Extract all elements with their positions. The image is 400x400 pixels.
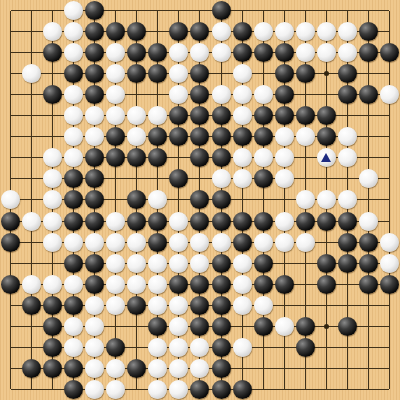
intersection[interactable]: [63, 126, 84, 147]
intersection[interactable]: [126, 168, 147, 189]
intersection[interactable]: [0, 126, 21, 147]
intersection[interactable]: [211, 211, 232, 232]
intersection[interactable]: [358, 232, 379, 253]
intersection[interactable]: [84, 0, 105, 21]
intersection[interactable]: [21, 42, 42, 63]
intersection[interactable]: [274, 42, 295, 63]
intersection[interactable]: [168, 253, 189, 274]
intersection[interactable]: [147, 295, 168, 316]
intersection[interactable]: [42, 211, 63, 232]
intersection[interactable]: [379, 274, 400, 295]
intersection[interactable]: [63, 42, 84, 63]
intersection[interactable]: [358, 126, 379, 147]
intersection[interactable]: [42, 42, 63, 63]
intersection[interactable]: [358, 295, 379, 316]
intersection[interactable]: [232, 337, 253, 358]
intersection[interactable]: [211, 253, 232, 274]
intersection[interactable]: [337, 21, 358, 42]
intersection[interactable]: [211, 42, 232, 63]
intersection[interactable]: [42, 253, 63, 274]
intersection[interactable]: [0, 211, 21, 232]
intersection[interactable]: [105, 358, 126, 379]
intersection[interactable]: [126, 379, 147, 400]
intersection[interactable]: [84, 189, 105, 210]
intersection[interactable]: [21, 105, 42, 126]
intersection[interactable]: [295, 168, 316, 189]
intersection[interactable]: [84, 63, 105, 84]
intersection[interactable]: [168, 379, 189, 400]
intersection[interactable]: [211, 0, 232, 21]
intersection[interactable]: [337, 358, 358, 379]
intersection[interactable]: [189, 126, 210, 147]
intersection[interactable]: [211, 316, 232, 337]
intersection[interactable]: [316, 379, 337, 400]
intersection[interactable]: [84, 358, 105, 379]
intersection[interactable]: [105, 211, 126, 232]
intersection[interactable]: [358, 168, 379, 189]
intersection[interactable]: [147, 84, 168, 105]
intersection[interactable]: [0, 0, 21, 21]
intersection[interactable]: [379, 337, 400, 358]
intersection[interactable]: [105, 295, 126, 316]
intersection[interactable]: [358, 316, 379, 337]
intersection[interactable]: [316, 358, 337, 379]
intersection[interactable]: [274, 274, 295, 295]
intersection[interactable]: [337, 147, 358, 168]
intersection[interactable]: [42, 232, 63, 253]
intersection[interactable]: [379, 21, 400, 42]
intersection[interactable]: [337, 189, 358, 210]
intersection[interactable]: [84, 379, 105, 400]
intersection[interactable]: [84, 21, 105, 42]
intersection[interactable]: [253, 21, 274, 42]
intersection[interactable]: [232, 168, 253, 189]
intersection[interactable]: [63, 189, 84, 210]
intersection[interactable]: [211, 21, 232, 42]
intersection[interactable]: [63, 211, 84, 232]
intersection[interactable]: [379, 0, 400, 21]
intersection[interactable]: [274, 168, 295, 189]
intersection[interactable]: [0, 295, 21, 316]
intersection[interactable]: [21, 147, 42, 168]
intersection[interactable]: [253, 147, 274, 168]
intersection[interactable]: [168, 126, 189, 147]
intersection[interactable]: [379, 168, 400, 189]
intersection[interactable]: [379, 84, 400, 105]
intersection[interactable]: [42, 337, 63, 358]
intersection[interactable]: [253, 274, 274, 295]
intersection[interactable]: [126, 316, 147, 337]
intersection[interactable]: [21, 168, 42, 189]
intersection[interactable]: [295, 232, 316, 253]
intersection[interactable]: [232, 358, 253, 379]
intersection[interactable]: [84, 168, 105, 189]
intersection[interactable]: [189, 232, 210, 253]
intersection[interactable]: [316, 105, 337, 126]
intersection[interactable]: [63, 105, 84, 126]
intersection[interactable]: [253, 232, 274, 253]
intersection[interactable]: [274, 105, 295, 126]
intersection[interactable]: [232, 147, 253, 168]
intersection[interactable]: [358, 337, 379, 358]
intersection[interactable]: [21, 358, 42, 379]
intersection[interactable]: [126, 295, 147, 316]
intersection[interactable]: [253, 0, 274, 21]
intersection[interactable]: [105, 126, 126, 147]
intersection[interactable]: [105, 337, 126, 358]
intersection[interactable]: [21, 0, 42, 21]
intersection[interactable]: [42, 316, 63, 337]
intersection[interactable]: [316, 126, 337, 147]
intersection[interactable]: [189, 337, 210, 358]
intersection[interactable]: [295, 358, 316, 379]
intersection[interactable]: [379, 42, 400, 63]
intersection[interactable]: [21, 316, 42, 337]
intersection[interactable]: [63, 253, 84, 274]
intersection[interactable]: [126, 274, 147, 295]
intersection[interactable]: [232, 232, 253, 253]
intersection[interactable]: [337, 42, 358, 63]
intersection[interactable]: [84, 316, 105, 337]
intersection[interactable]: [253, 295, 274, 316]
intersection[interactable]: [232, 316, 253, 337]
intersection[interactable]: [232, 253, 253, 274]
intersection[interactable]: [274, 189, 295, 210]
intersection[interactable]: [316, 84, 337, 105]
intersection[interactable]: [379, 253, 400, 274]
intersection[interactable]: [42, 147, 63, 168]
intersection[interactable]: [274, 126, 295, 147]
intersection[interactable]: [274, 63, 295, 84]
intersection[interactable]: [189, 42, 210, 63]
intersection[interactable]: [126, 126, 147, 147]
intersection[interactable]: [63, 316, 84, 337]
intersection[interactable]: [105, 253, 126, 274]
intersection[interactable]: [189, 379, 210, 400]
intersection[interactable]: [189, 358, 210, 379]
intersection[interactable]: [147, 168, 168, 189]
intersection[interactable]: [105, 168, 126, 189]
intersection[interactable]: [105, 147, 126, 168]
intersection[interactable]: [42, 168, 63, 189]
intersection[interactable]: [0, 274, 21, 295]
intersection[interactable]: [358, 274, 379, 295]
intersection[interactable]: [189, 295, 210, 316]
intersection[interactable]: [337, 316, 358, 337]
intersection[interactable]: [274, 232, 295, 253]
intersection[interactable]: [295, 126, 316, 147]
intersection[interactable]: [358, 84, 379, 105]
intersection[interactable]: [42, 63, 63, 84]
intersection[interactable]: [147, 253, 168, 274]
intersection[interactable]: [168, 105, 189, 126]
intersection[interactable]: [168, 316, 189, 337]
intersection[interactable]: [21, 126, 42, 147]
intersection[interactable]: [0, 232, 21, 253]
intersection[interactable]: [337, 126, 358, 147]
intersection[interactable]: [0, 63, 21, 84]
intersection[interactable]: [316, 168, 337, 189]
intersection[interactable]: [105, 189, 126, 210]
intersection[interactable]: [147, 232, 168, 253]
intersection[interactable]: [358, 211, 379, 232]
intersection[interactable]: [147, 379, 168, 400]
intersection[interactable]: [211, 126, 232, 147]
intersection[interactable]: [316, 232, 337, 253]
intersection[interactable]: [63, 21, 84, 42]
intersection[interactable]: [379, 358, 400, 379]
intersection[interactable]: [274, 358, 295, 379]
intersection[interactable]: [379, 105, 400, 126]
intersection[interactable]: [295, 84, 316, 105]
intersection[interactable]: [105, 274, 126, 295]
intersection[interactable]: [189, 189, 210, 210]
intersection[interactable]: [274, 253, 295, 274]
intersection[interactable]: [274, 211, 295, 232]
intersection[interactable]: [253, 168, 274, 189]
intersection[interactable]: [168, 168, 189, 189]
intersection[interactable]: [232, 0, 253, 21]
intersection[interactable]: [63, 337, 84, 358]
intersection[interactable]: [211, 358, 232, 379]
intersection[interactable]: [168, 63, 189, 84]
intersection[interactable]: [379, 126, 400, 147]
intersection[interactable]: [21, 295, 42, 316]
intersection[interactable]: [295, 42, 316, 63]
intersection[interactable]: [126, 84, 147, 105]
intersection[interactable]: [189, 105, 210, 126]
intersection[interactable]: [358, 0, 379, 21]
intersection[interactable]: [21, 379, 42, 400]
intersection[interactable]: [84, 232, 105, 253]
intersection[interactable]: [126, 147, 147, 168]
intersection[interactable]: [211, 337, 232, 358]
intersection[interactable]: [84, 105, 105, 126]
intersection[interactable]: [337, 105, 358, 126]
intersection[interactable]: [84, 84, 105, 105]
intersection[interactable]: [84, 295, 105, 316]
intersection[interactable]: [42, 274, 63, 295]
intersection[interactable]: [295, 274, 316, 295]
intersection[interactable]: [105, 21, 126, 42]
intersection[interactable]: [358, 63, 379, 84]
intersection[interactable]: [42, 84, 63, 105]
intersection[interactable]: [295, 337, 316, 358]
intersection[interactable]: [316, 63, 337, 84]
intersection[interactable]: [232, 63, 253, 84]
intersection[interactable]: [232, 126, 253, 147]
intersection[interactable]: [168, 84, 189, 105]
intersection[interactable]: [21, 211, 42, 232]
intersection[interactable]: [358, 21, 379, 42]
intersection[interactable]: [0, 147, 21, 168]
intersection[interactable]: [274, 0, 295, 21]
intersection[interactable]: [316, 253, 337, 274]
intersection[interactable]: [147, 21, 168, 42]
intersection[interactable]: [253, 63, 274, 84]
intersection[interactable]: [63, 84, 84, 105]
intersection[interactable]: [274, 21, 295, 42]
intersection[interactable]: [63, 295, 84, 316]
intersection[interactable]: [295, 379, 316, 400]
intersection[interactable]: [63, 63, 84, 84]
intersection[interactable]: [126, 42, 147, 63]
intersection[interactable]: [189, 211, 210, 232]
intersection[interactable]: [358, 358, 379, 379]
intersection[interactable]: [0, 105, 21, 126]
intersection[interactable]: [21, 21, 42, 42]
intersection[interactable]: [21, 274, 42, 295]
intersection[interactable]: [316, 42, 337, 63]
intersection[interactable]: [0, 168, 21, 189]
intersection[interactable]: [211, 147, 232, 168]
intersection[interactable]: [358, 253, 379, 274]
intersection[interactable]: [379, 316, 400, 337]
intersection[interactable]: [253, 379, 274, 400]
intersection[interactable]: [337, 253, 358, 274]
intersection[interactable]: [105, 379, 126, 400]
intersection[interactable]: [358, 379, 379, 400]
intersection[interactable]: [253, 337, 274, 358]
intersection[interactable]: [63, 358, 84, 379]
intersection[interactable]: [189, 63, 210, 84]
intersection[interactable]: [274, 147, 295, 168]
intersection[interactable]: [189, 274, 210, 295]
intersection[interactable]: [21, 189, 42, 210]
intersection[interactable]: [337, 84, 358, 105]
intersection[interactable]: [316, 189, 337, 210]
intersection[interactable]: [211, 189, 232, 210]
intersection[interactable]: [0, 42, 21, 63]
intersection[interactable]: [358, 189, 379, 210]
intersection[interactable]: [274, 295, 295, 316]
intersection[interactable]: [358, 42, 379, 63]
intersection[interactable]: [211, 63, 232, 84]
intersection[interactable]: [42, 295, 63, 316]
intersection[interactable]: [316, 337, 337, 358]
intersection[interactable]: [0, 316, 21, 337]
intersection[interactable]: [316, 0, 337, 21]
intersection[interactable]: [232, 189, 253, 210]
intersection[interactable]: [0, 84, 21, 105]
intersection[interactable]: [42, 189, 63, 210]
intersection[interactable]: [253, 358, 274, 379]
intersection[interactable]: [84, 147, 105, 168]
intersection[interactable]: [126, 232, 147, 253]
intersection[interactable]: [337, 232, 358, 253]
intersection[interactable]: [21, 63, 42, 84]
intersection[interactable]: [211, 274, 232, 295]
intersection[interactable]: [295, 295, 316, 316]
intersection[interactable]: [253, 84, 274, 105]
intersection[interactable]: [105, 316, 126, 337]
intersection[interactable]: [189, 253, 210, 274]
intersection[interactable]: [379, 189, 400, 210]
intersection[interactable]: [232, 21, 253, 42]
intersection[interactable]: [126, 358, 147, 379]
intersection[interactable]: [21, 253, 42, 274]
intersection[interactable]: [147, 63, 168, 84]
intersection[interactable]: [21, 84, 42, 105]
intersection[interactable]: [126, 105, 147, 126]
intersection[interactable]: [337, 63, 358, 84]
intersection[interactable]: [168, 42, 189, 63]
intersection[interactable]: [189, 21, 210, 42]
intersection[interactable]: [0, 21, 21, 42]
intersection[interactable]: [189, 84, 210, 105]
intersection[interactable]: [295, 105, 316, 126]
intersection[interactable]: [147, 126, 168, 147]
intersection[interactable]: [316, 21, 337, 42]
intersection[interactable]: [232, 211, 253, 232]
intersection[interactable]: [168, 358, 189, 379]
intersection[interactable]: [295, 316, 316, 337]
intersection[interactable]: [147, 0, 168, 21]
intersection[interactable]: [42, 379, 63, 400]
intersection[interactable]: [105, 42, 126, 63]
intersection[interactable]: [253, 105, 274, 126]
intersection[interactable]: [63, 274, 84, 295]
intersection[interactable]: [232, 42, 253, 63]
intersection[interactable]: [42, 358, 63, 379]
intersection[interactable]: [337, 295, 358, 316]
intersection[interactable]: [295, 253, 316, 274]
intersection[interactable]: [42, 105, 63, 126]
intersection[interactable]: [316, 274, 337, 295]
intersection[interactable]: [168, 232, 189, 253]
intersection[interactable]: [84, 253, 105, 274]
intersection[interactable]: [379, 232, 400, 253]
intersection[interactable]: [337, 379, 358, 400]
intersection[interactable]: [295, 21, 316, 42]
intersection[interactable]: [63, 0, 84, 21]
intersection[interactable]: [168, 211, 189, 232]
intersection[interactable]: [232, 295, 253, 316]
intersection[interactable]: [63, 232, 84, 253]
intersection[interactable]: [189, 147, 210, 168]
intersection[interactable]: [316, 316, 337, 337]
intersection[interactable]: [105, 105, 126, 126]
intersection[interactable]: [84, 126, 105, 147]
intersection[interactable]: [211, 379, 232, 400]
intersection[interactable]: [379, 147, 400, 168]
intersection[interactable]: [316, 295, 337, 316]
intersection[interactable]: [189, 316, 210, 337]
intersection[interactable]: [168, 189, 189, 210]
intersection[interactable]: [295, 63, 316, 84]
intersection[interactable]: [253, 316, 274, 337]
intersection[interactable]: [147, 337, 168, 358]
intersection[interactable]: [295, 189, 316, 210]
intersection[interactable]: [84, 42, 105, 63]
intersection[interactable]: [274, 84, 295, 105]
intersection[interactable]: [295, 147, 316, 168]
intersection[interactable]: [105, 84, 126, 105]
intersection[interactable]: [168, 0, 189, 21]
intersection[interactable]: [147, 358, 168, 379]
intersection[interactable]: [274, 316, 295, 337]
intersection[interactable]: [337, 337, 358, 358]
intersection[interactable]: [126, 0, 147, 21]
intersection[interactable]: [147, 189, 168, 210]
intersection[interactable]: [274, 379, 295, 400]
intersection[interactable]: [295, 211, 316, 232]
intersection[interactable]: [105, 0, 126, 21]
intersection[interactable]: [211, 295, 232, 316]
intersection[interactable]: [232, 105, 253, 126]
intersection[interactable]: [0, 337, 21, 358]
intersection[interactable]: [147, 42, 168, 63]
